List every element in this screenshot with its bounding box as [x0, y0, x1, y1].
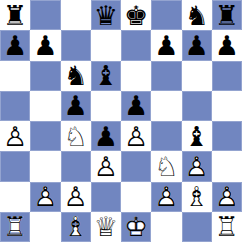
square-c7[interactable] [61, 30, 91, 60]
square-d1[interactable]: ♛♕ [91, 212, 121, 242]
white-piece-outline: ♖ [215, 213, 239, 240]
square-f3[interactable]: ♞♘ [151, 151, 181, 181]
white-piece-outline: ♘ [154, 153, 178, 180]
piece-black-pawn[interactable]: ♟ [182, 30, 212, 60]
square-d6[interactable]: ♝ [91, 61, 121, 91]
piece-white-queen[interactable]: ♛♕ [91, 212, 121, 242]
piece-black-pawn[interactable]: ♟ [0, 30, 30, 60]
square-h1[interactable]: ♜♖ [212, 212, 242, 242]
piece-black-queen[interactable]: ♛ [91, 0, 121, 30]
square-h3[interactable] [212, 151, 242, 181]
square-h7[interactable]: ♟ [212, 30, 242, 60]
white-piece-outline: ♙ [33, 183, 57, 210]
square-f2[interactable]: ♟♙ [151, 182, 181, 212]
piece-black-rook[interactable]: ♜ [0, 0, 30, 30]
white-piece-outline: ♙ [215, 183, 239, 210]
piece-white-pawn[interactable]: ♟♙ [61, 182, 91, 212]
black-piece-glyph: ♞ [64, 62, 88, 89]
black-piece-glyph: ♝ [185, 123, 209, 150]
white-piece-outline: ♗ [185, 183, 209, 210]
piece-black-knight[interactable]: ♞ [61, 61, 91, 91]
piece-white-rook[interactable]: ♜♖ [0, 212, 30, 242]
square-e4[interactable]: ♟♙ [121, 121, 151, 151]
black-piece-glyph: ♟ [33, 32, 57, 59]
square-a7[interactable]: ♟ [0, 30, 30, 60]
black-piece-glyph: ♟ [154, 32, 178, 59]
white-piece-outline: ♗ [64, 213, 88, 240]
square-d7[interactable] [91, 30, 121, 60]
piece-white-bishop[interactable]: ♝♗ [61, 212, 91, 242]
square-e1[interactable]: ♚♔ [121, 212, 151, 242]
square-e2[interactable] [121, 182, 151, 212]
piece-white-pawn[interactable]: ♟♙ [182, 151, 212, 181]
white-piece-outline: ♘ [64, 123, 88, 150]
black-piece-glyph: ♟ [124, 92, 148, 119]
square-a5[interactable] [0, 91, 30, 121]
white-piece-outline: ♙ [124, 123, 148, 150]
square-f7[interactable]: ♟ [151, 30, 181, 60]
square-c5[interactable]: ♟ [61, 91, 91, 121]
piece-black-pawn[interactable]: ♟ [30, 30, 60, 60]
white-piece-outline: ♙ [154, 183, 178, 210]
square-e3[interactable] [121, 151, 151, 181]
piece-white-pawn[interactable]: ♟♙ [212, 182, 242, 212]
piece-white-pawn[interactable]: ♟♙ [151, 182, 181, 212]
square-f1[interactable] [151, 212, 181, 242]
piece-black-pawn[interactable]: ♟ [91, 121, 121, 151]
piece-white-rook[interactable]: ♜♖ [212, 212, 242, 242]
piece-white-king[interactable]: ♚♔ [121, 212, 151, 242]
square-a8[interactable]: ♜ [0, 0, 30, 30]
square-e8[interactable]: ♚ [121, 0, 151, 30]
square-d4[interactable]: ♟ [91, 121, 121, 151]
piece-black-pawn[interactable]: ♟ [61, 91, 91, 121]
square-h5[interactable] [212, 91, 242, 121]
square-e7[interactable] [121, 30, 151, 60]
square-b7[interactable]: ♟ [30, 30, 60, 60]
white-piece-outline: ♙ [3, 123, 27, 150]
square-g1[interactable] [182, 212, 212, 242]
square-f8[interactable] [151, 0, 181, 30]
piece-white-knight[interactable]: ♞♘ [151, 151, 181, 181]
black-piece-glyph: ♜ [215, 2, 239, 29]
square-d2[interactable] [91, 182, 121, 212]
square-a6[interactable] [0, 61, 30, 91]
square-e5[interactable]: ♟ [121, 91, 151, 121]
black-piece-glyph: ♟ [3, 32, 27, 59]
piece-black-bishop[interactable]: ♝ [182, 121, 212, 151]
square-b3[interactable] [30, 151, 60, 181]
square-b1[interactable] [30, 212, 60, 242]
square-c6[interactable]: ♞ [61, 61, 91, 91]
piece-black-king[interactable]: ♚ [121, 0, 151, 30]
white-piece-outline: ♙ [64, 183, 88, 210]
square-d5[interactable] [91, 91, 121, 121]
piece-white-pawn[interactable]: ♟♙ [30, 182, 60, 212]
square-h4[interactable] [212, 121, 242, 151]
black-piece-glyph: ♟ [64, 92, 88, 119]
square-c1[interactable]: ♝♗ [61, 212, 91, 242]
square-c4[interactable]: ♞♘ [61, 121, 91, 151]
square-g7[interactable]: ♟ [182, 30, 212, 60]
square-c8[interactable] [61, 0, 91, 30]
square-g5[interactable] [182, 91, 212, 121]
square-g2[interactable]: ♝♗ [182, 182, 212, 212]
square-g8[interactable]: ♞ [182, 0, 212, 30]
piece-black-pawn[interactable]: ♟ [121, 91, 151, 121]
piece-black-rook[interactable]: ♜ [212, 0, 242, 30]
black-piece-glyph: ♟ [215, 32, 239, 59]
square-b2[interactable]: ♟♙ [30, 182, 60, 212]
piece-black-pawn[interactable]: ♟ [212, 30, 242, 60]
piece-white-pawn[interactable]: ♟♙ [0, 121, 30, 151]
square-f6[interactable] [151, 61, 181, 91]
square-b4[interactable] [30, 121, 60, 151]
black-piece-glyph: ♟ [185, 32, 209, 59]
piece-black-bishop[interactable]: ♝ [91, 61, 121, 91]
square-g3[interactable]: ♟♙ [182, 151, 212, 181]
white-piece-outline: ♙ [185, 153, 209, 180]
white-piece-outline: ♖ [3, 213, 27, 240]
square-h6[interactable] [212, 61, 242, 91]
square-g6[interactable] [182, 61, 212, 91]
square-a2[interactable] [0, 182, 30, 212]
black-piece-glyph: ♟ [94, 123, 118, 150]
square-d8[interactable]: ♛ [91, 0, 121, 30]
square-e6[interactable] [121, 61, 151, 91]
square-c3[interactable] [61, 151, 91, 181]
black-piece-glyph: ♜ [3, 2, 27, 29]
square-c2[interactable]: ♟♙ [61, 182, 91, 212]
piece-white-knight[interactable]: ♞♘ [61, 121, 91, 151]
piece-white-bishop[interactable]: ♝♗ [182, 182, 212, 212]
piece-white-pawn[interactable]: ♟♙ [121, 121, 151, 151]
square-h2[interactable]: ♟♙ [212, 182, 242, 212]
black-piece-glyph: ♝ [94, 62, 118, 89]
piece-black-knight[interactable]: ♞ [182, 0, 212, 30]
square-b8[interactable] [30, 0, 60, 30]
piece-white-pawn[interactable]: ♟♙ [91, 151, 121, 181]
white-piece-outline: ♙ [94, 153, 118, 180]
white-piece-outline: ♕ [94, 213, 118, 240]
square-f5[interactable] [151, 91, 181, 121]
square-g4[interactable]: ♝ [182, 121, 212, 151]
black-piece-glyph: ♚ [124, 2, 148, 29]
square-f4[interactable] [151, 121, 181, 151]
square-b6[interactable] [30, 61, 60, 91]
square-a4[interactable]: ♟♙ [0, 121, 30, 151]
black-piece-glyph: ♛ [94, 2, 118, 29]
chess-board: ♜♛♚♞♜♟♟♟♟♟♞♝♟♟♟♙♞♘♟♟♙♝♟♙♞♘♟♙♟♙♟♙♟♙♝♗♟♙♜♖… [0, 0, 242, 242]
square-a3[interactable] [0, 151, 30, 181]
square-b5[interactable] [30, 91, 60, 121]
square-a1[interactable]: ♜♖ [0, 212, 30, 242]
piece-black-pawn[interactable]: ♟ [151, 30, 181, 60]
square-h8[interactable]: ♜ [212, 0, 242, 30]
square-d3[interactable]: ♟♙ [91, 151, 121, 181]
white-piece-outline: ♔ [124, 213, 148, 240]
black-piece-glyph: ♞ [185, 2, 209, 29]
